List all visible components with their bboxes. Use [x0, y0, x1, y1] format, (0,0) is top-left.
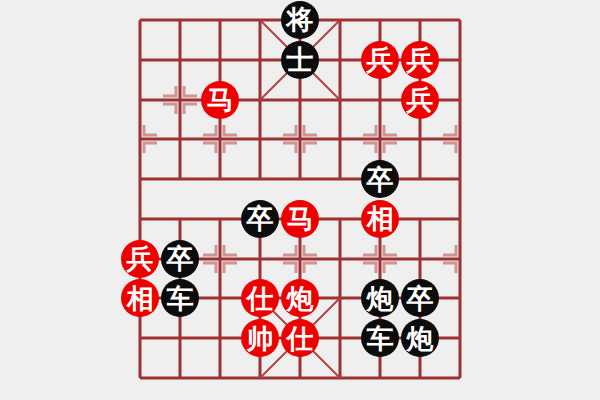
piece-red-elephant[interactable]: 相	[120, 278, 160, 318]
piece-black-cannon[interactable]: 炮	[360, 278, 400, 318]
red-soldier-glyph: 兵	[121, 240, 159, 278]
black-soldier-glyph: 卒	[401, 279, 439, 317]
black-soldier-glyph: 卒	[361, 160, 399, 198]
piece-red-horse[interactable]: 马	[280, 199, 320, 239]
piece-black-cannon[interactable]: 炮	[400, 318, 440, 358]
black-general-glyph: 将	[281, 1, 319, 39]
black-soldier-glyph: 卒	[241, 200, 279, 238]
black-cannon-glyph: 炮	[401, 319, 439, 357]
piece-red-advisor[interactable]: 仕	[240, 278, 280, 318]
black-soldier-glyph: 卒	[161, 240, 199, 278]
red-soldier-glyph: 兵	[401, 81, 439, 119]
black-chariot-glyph: 车	[161, 279, 199, 317]
red-cannon-glyph: 炮	[281, 279, 319, 317]
red-general-glyph: 帅	[241, 319, 279, 357]
piece-black-advisor[interactable]: 士	[280, 40, 320, 80]
red-horse-glyph: 马	[281, 200, 319, 238]
black-advisor-glyph: 士	[281, 41, 319, 79]
xiangqi-board: 将士兵兵马兵卒卒马相兵卒相车仕炮炮卒帅仕车炮	[0, 0, 600, 400]
red-advisor-glyph: 仕	[281, 319, 319, 357]
red-soldier-glyph: 兵	[361, 41, 399, 79]
page-background: 将士兵兵马兵卒卒马相兵卒相车仕炮炮卒帅仕车炮	[0, 0, 600, 400]
piece-red-advisor[interactable]: 仕	[280, 318, 320, 358]
piece-red-horse[interactable]: 马	[200, 80, 240, 120]
piece-red-general[interactable]: 帅	[240, 318, 280, 358]
piece-red-cannon[interactable]: 炮	[280, 278, 320, 318]
piece-black-chariot[interactable]: 车	[360, 318, 400, 358]
black-chariot-glyph: 车	[361, 319, 399, 357]
piece-black-chariot[interactable]: 车	[160, 278, 200, 318]
piece-black-soldier[interactable]: 卒	[160, 239, 200, 279]
piece-black-soldier[interactable]: 卒	[400, 278, 440, 318]
red-elephant-glyph: 相	[361, 200, 399, 238]
black-cannon-glyph: 炮	[361, 279, 399, 317]
piece-red-soldier[interactable]: 兵	[360, 40, 400, 80]
piece-red-elephant[interactable]: 相	[360, 199, 400, 239]
piece-black-general[interactable]: 将	[280, 0, 320, 40]
piece-black-soldier[interactable]: 卒	[240, 199, 280, 239]
piece-red-soldier[interactable]: 兵	[400, 40, 440, 80]
red-elephant-glyph: 相	[121, 279, 159, 317]
piece-red-soldier[interactable]: 兵	[400, 80, 440, 120]
red-advisor-glyph: 仕	[241, 279, 279, 317]
red-horse-glyph: 马	[201, 81, 239, 119]
piece-black-soldier[interactable]: 卒	[360, 159, 400, 199]
red-soldier-glyph: 兵	[401, 41, 439, 79]
piece-layer: 将士兵兵马兵卒卒马相兵卒相车仕炮炮卒帅仕车炮	[120, 0, 480, 398]
piece-red-soldier[interactable]: 兵	[120, 239, 160, 279]
